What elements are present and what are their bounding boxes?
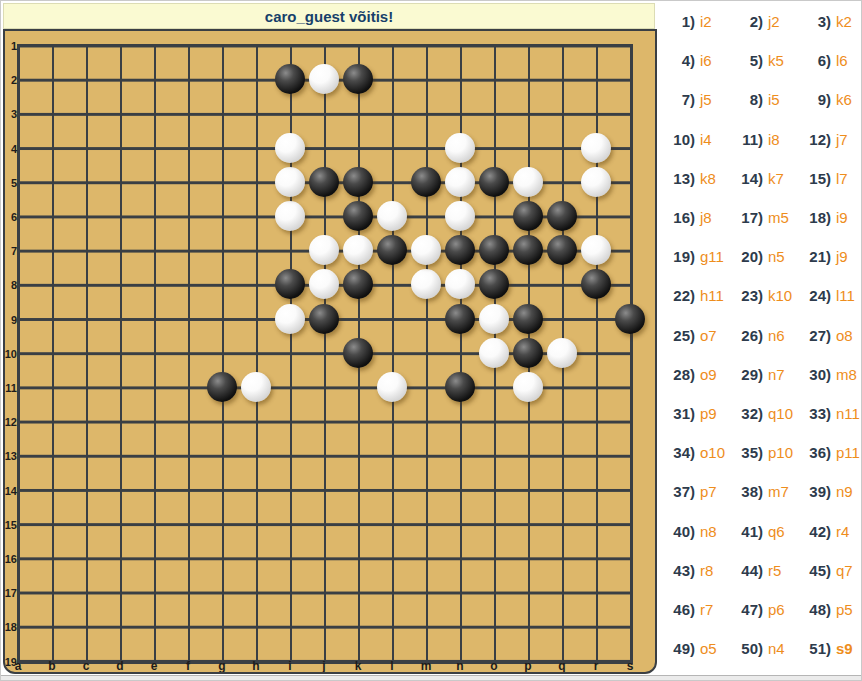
move-29: 29)n7 [725, 355, 793, 394]
move-number: 39) [793, 483, 831, 500]
move-coordinate: i4 [700, 131, 712, 148]
move-coordinate: g11 [700, 248, 724, 265]
move-coordinate: m5 [768, 209, 789, 226]
move-list-row: 4)i65)k56)l6 [657, 41, 861, 80]
stone-white-o9 [479, 304, 509, 334]
move-coordinate: j9 [836, 248, 848, 265]
stone-black-q7 [547, 235, 577, 265]
move-coordinate: k2 [836, 13, 852, 30]
move-list-row: 31)p932)q1033)n11 [657, 394, 861, 433]
move-list-row: 43)r844)r545)q7 [657, 551, 861, 590]
move-30: 30)m8 [793, 355, 855, 394]
move-number: 13) [657, 170, 695, 187]
move-coordinate: q10 [768, 405, 793, 422]
stone-black-n7 [445, 235, 475, 265]
move-number: 30) [793, 366, 831, 383]
move-coordinate: q7 [836, 562, 853, 579]
move-coordinate: n9 [836, 483, 853, 500]
move-coordinate: i5 [768, 91, 780, 108]
game-result-banner: caro_guest võitis! [3, 3, 655, 29]
move-7: 7)j5 [657, 80, 725, 119]
move-list-row: 7)j58)i59)k6 [657, 80, 861, 119]
move-list-row: 28)o929)n730)m8 [657, 355, 861, 394]
move-coordinate: k10 [768, 287, 792, 304]
move-coordinate: i9 [836, 209, 848, 226]
move-coordinate: k5 [768, 52, 784, 69]
move-coordinate: l11 [836, 287, 855, 304]
stone-black-o8 [479, 269, 509, 299]
stone-black-o5 [479, 167, 509, 197]
move-number: 36) [793, 444, 831, 461]
stone-black-i2 [275, 64, 305, 94]
stone-black-n9 [445, 304, 475, 334]
stone-white-o10 [479, 338, 509, 368]
move-coordinate: p5 [836, 601, 853, 618]
stone-white-l6 [377, 201, 407, 231]
stone-white-k7 [343, 235, 373, 265]
move-number: 34) [657, 444, 695, 461]
stone-white-n4 [445, 133, 475, 163]
move-number: 15) [793, 170, 831, 187]
move-number: 2) [725, 13, 763, 30]
move-list-row: 10)i411)i812)j7 [657, 120, 861, 159]
move-list-row: 25)o726)n627)o8 [657, 316, 861, 355]
stone-white-j2 [309, 64, 339, 94]
move-32: 32)q10 [725, 394, 793, 433]
move-18: 18)i9 [793, 198, 855, 237]
window-bottom-edge [1, 675, 861, 681]
stone-white-n8 [445, 269, 475, 299]
move-number: 20) [725, 248, 763, 265]
move-coordinate: r8 [700, 562, 713, 579]
goban[interactable]: 12345678910111213141516171819 abcdefghij… [3, 29, 657, 674]
move-number: 3) [793, 13, 831, 30]
move-25: 25)o7 [657, 316, 725, 355]
move-coordinate: n5 [768, 248, 785, 265]
move-number: 22) [657, 287, 695, 304]
move-list-row: 34)o1035)p1036)p11 [657, 433, 861, 472]
stone-black-j9 [309, 304, 339, 334]
move-coordinate: i6 [700, 52, 712, 69]
move-number: 16) [657, 209, 695, 226]
move-coordinate: r7 [700, 601, 713, 618]
move-number: 1) [657, 13, 695, 30]
move-number: 24) [793, 287, 831, 304]
move-11: 11)i8 [725, 120, 793, 159]
move-22: 22)h11 [657, 276, 725, 315]
stone-black-l7 [377, 235, 407, 265]
move-list-row: 40)n841)q642)r4 [657, 511, 861, 550]
move-23: 23)k10 [725, 276, 793, 315]
move-40: 40)n8 [657, 511, 725, 550]
move-45: 45)q7 [793, 551, 855, 590]
move-coordinate: j5 [700, 91, 712, 108]
stone-white-r4 [581, 133, 611, 163]
move-number: 45) [793, 562, 831, 579]
move-50: 50)n4 [725, 629, 793, 668]
move-15: 15)l7 [793, 159, 855, 198]
move-list-row: 22)h1123)k1024)l11 [657, 276, 861, 315]
move-coordinate: p10 [768, 444, 793, 461]
move-4: 4)i6 [657, 41, 725, 80]
move-31: 31)p9 [657, 394, 725, 433]
move-14: 14)k7 [725, 159, 793, 198]
move-13: 13)k8 [657, 159, 725, 198]
move-number: 33) [793, 405, 831, 422]
move-coordinate: o5 [700, 640, 717, 657]
move-coordinate: j2 [768, 13, 780, 30]
move-number: 10) [657, 131, 695, 148]
stone-black-k2 [343, 64, 373, 94]
move-26: 26)n6 [725, 316, 793, 355]
move-coordinate: k8 [700, 170, 716, 187]
move-37: 37)p7 [657, 472, 725, 511]
move-19: 19)g11 [657, 237, 725, 276]
move-39: 39)n9 [793, 472, 855, 511]
move-number: 17) [725, 209, 763, 226]
move-number: 40) [657, 523, 695, 540]
stone-white-l11 [377, 372, 407, 402]
stone-black-p6 [513, 201, 543, 231]
move-36: 36)p11 [793, 433, 855, 472]
move-coordinate: l7 [836, 170, 848, 187]
stone-white-n5 [445, 167, 475, 197]
move-20: 20)n5 [725, 237, 793, 276]
move-list-row: 1)i22)j23)k2 [657, 2, 861, 41]
board-pane: caro_guest võitis! 123456789101112131415… [1, 1, 657, 675]
move-number: 41) [725, 523, 763, 540]
move-number: 50) [725, 640, 763, 657]
move-coordinate: r5 [768, 562, 781, 579]
move-27: 27)o8 [793, 316, 855, 355]
move-number: 44) [725, 562, 763, 579]
stone-white-i6 [275, 201, 305, 231]
move-coordinate: o8 [836, 327, 853, 344]
move-list: 1)i22)j23)k24)i65)k56)l67)j58)i59)k610)i… [657, 1, 861, 668]
stone-white-n6 [445, 201, 475, 231]
move-44: 44)r5 [725, 551, 793, 590]
stone-black-n11 [445, 372, 475, 402]
move-2: 2)j2 [725, 2, 793, 41]
move-list-pane: 1)i22)j23)k24)i65)k56)l67)j58)i59)k610)i… [657, 1, 861, 675]
move-coordinate: h11 [700, 287, 724, 304]
stone-white-j7 [309, 235, 339, 265]
stone-white-i9 [275, 304, 305, 334]
move-number: 21) [793, 248, 831, 265]
game-result-text: caro_guest võitis! [265, 8, 393, 25]
move-46: 46)r7 [657, 590, 725, 629]
move-number: 23) [725, 287, 763, 304]
stone-black-r8 [581, 269, 611, 299]
move-coordinate: p11 [836, 444, 860, 461]
stone-black-o7 [479, 235, 509, 265]
move-number: 31) [657, 405, 695, 422]
move-coordinate: n8 [700, 523, 717, 540]
move-number: 35) [725, 444, 763, 461]
move-coordinate: o10 [700, 444, 725, 461]
move-coordinate: k6 [836, 91, 852, 108]
move-coordinate: n11 [836, 405, 860, 422]
move-6: 6)l6 [793, 41, 855, 80]
move-coordinate: n6 [768, 327, 785, 344]
move-number: 4) [657, 52, 695, 69]
move-48: 48)p5 [793, 590, 855, 629]
move-number: 27) [793, 327, 831, 344]
move-coordinate: r4 [836, 523, 849, 540]
stone-black-s9 [615, 304, 645, 334]
move-9: 9)k6 [793, 80, 855, 119]
move-coordinate: i8 [768, 131, 780, 148]
move-coordinate: o9 [700, 366, 717, 383]
move-list-row: 49)o550)n451)s9 [657, 629, 861, 668]
move-number: 32) [725, 405, 763, 422]
stone-black-m5 [411, 167, 441, 197]
stone-black-p10 [513, 338, 543, 368]
stone-black-i8 [275, 269, 305, 299]
move-number: 9) [793, 91, 831, 108]
stone-white-r5 [581, 167, 611, 197]
vint-game-window: caro_guest võitis! 123456789101112131415… [0, 0, 862, 681]
move-number: 8) [725, 91, 763, 108]
stone-white-i5 [275, 167, 305, 197]
move-number: 29) [725, 366, 763, 383]
move-number: 11) [725, 131, 763, 148]
move-41: 41)q6 [725, 511, 793, 550]
move-number: 25) [657, 327, 695, 344]
stone-white-m7 [411, 235, 441, 265]
move-number: 26) [725, 327, 763, 344]
move-number: 48) [793, 601, 831, 618]
move-number: 7) [657, 91, 695, 108]
move-5: 5)k5 [725, 41, 793, 80]
move-17: 17)m5 [725, 198, 793, 237]
move-42: 42)r4 [793, 511, 855, 550]
move-49: 49)o5 [657, 629, 725, 668]
move-24: 24)l11 [793, 276, 855, 315]
move-12: 12)j7 [793, 120, 855, 159]
move-coordinate: m7 [768, 483, 789, 500]
move-coordinate: l6 [836, 52, 848, 69]
stone-black-k5 [343, 167, 373, 197]
move-coordinate: p6 [768, 601, 785, 618]
move-number: 47) [725, 601, 763, 618]
move-number: 19) [657, 248, 695, 265]
stone-layer [3, 29, 647, 674]
move-number: 37) [657, 483, 695, 500]
move-16: 16)j8 [657, 198, 725, 237]
move-number: 14) [725, 170, 763, 187]
move-35: 35)p10 [725, 433, 793, 472]
move-8: 8)i5 [725, 80, 793, 119]
move-list-row: 46)r747)p648)p5 [657, 590, 861, 629]
stone-black-q6 [547, 201, 577, 231]
move-3: 3)k2 [793, 2, 855, 41]
move-number: 49) [657, 640, 695, 657]
move-list-row: 13)k814)k715)l7 [657, 159, 861, 198]
move-number: 43) [657, 562, 695, 579]
move-51: 51)s9 [793, 629, 855, 668]
stone-black-k10 [343, 338, 373, 368]
move-list-row: 37)p738)m739)n9 [657, 472, 861, 511]
move-number: 28) [657, 366, 695, 383]
move-33: 33)n11 [793, 394, 855, 433]
move-number: 42) [793, 523, 831, 540]
move-10: 10)i4 [657, 120, 725, 159]
move-coordinate: j8 [700, 209, 712, 226]
stone-black-g11 [207, 372, 237, 402]
stone-white-q10 [547, 338, 577, 368]
move-number: 5) [725, 52, 763, 69]
move-coordinate: n7 [768, 366, 785, 383]
stone-white-r7 [581, 235, 611, 265]
move-21: 21)j9 [793, 237, 855, 276]
move-number: 46) [657, 601, 695, 618]
stone-black-p7 [513, 235, 543, 265]
move-coordinate: n4 [768, 640, 785, 657]
move-coordinate: q6 [768, 523, 785, 540]
move-38: 38)m7 [725, 472, 793, 511]
move-coordinate: s9 [836, 640, 853, 657]
stone-white-p11 [513, 372, 543, 402]
move-coordinate: o7 [700, 327, 717, 344]
move-list-row: 19)g1120)n521)j9 [657, 237, 861, 276]
stone-white-m8 [411, 269, 441, 299]
move-coordinate: p9 [700, 405, 717, 422]
move-number: 51) [793, 640, 831, 657]
move-coordinate: i2 [700, 13, 712, 30]
move-number: 18) [793, 209, 831, 226]
move-coordinate: j7 [836, 131, 848, 148]
move-coordinate: p7 [700, 483, 717, 500]
move-coordinate: k7 [768, 170, 784, 187]
move-list-row: 16)j817)m518)i9 [657, 198, 861, 237]
move-number: 38) [725, 483, 763, 500]
stone-black-j5 [309, 167, 339, 197]
move-43: 43)r8 [657, 551, 725, 590]
stone-black-k6 [343, 201, 373, 231]
move-34: 34)o10 [657, 433, 725, 472]
stone-black-p9 [513, 304, 543, 334]
stone-white-h11 [241, 372, 271, 402]
move-47: 47)p6 [725, 590, 793, 629]
move-number: 6) [793, 52, 831, 69]
stone-black-k8 [343, 269, 373, 299]
stone-white-i4 [275, 133, 305, 163]
move-28: 28)o9 [657, 355, 725, 394]
move-coordinate: m8 [836, 366, 857, 383]
move-number: 12) [793, 131, 831, 148]
move-1: 1)i2 [657, 2, 725, 41]
stone-white-p5 [513, 167, 543, 197]
stone-white-j8 [309, 269, 339, 299]
